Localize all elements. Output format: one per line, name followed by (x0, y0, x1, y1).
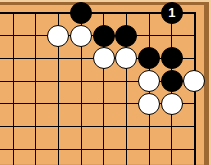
white-stone (70, 25, 92, 47)
intersection-c1r1 (2, 2, 25, 25)
intersection-c5r4 (92, 70, 115, 93)
intersection-c8r4 (160, 70, 183, 93)
black-stone (70, 2, 92, 24)
intersection-c9r2 (183, 24, 206, 47)
intersection-c5r7 (92, 138, 115, 161)
intersection-c6r7 (115, 138, 138, 161)
intersection-c6r5 (115, 92, 138, 115)
intersection-c7r2 (138, 24, 161, 47)
intersection-c9r1 (183, 2, 206, 25)
intersection-c4r3 (70, 47, 93, 70)
go-board-diagram: 1 (0, 0, 211, 165)
intersection-c1r6 (2, 115, 25, 138)
move-number-label: 1 (168, 6, 175, 19)
intersection-c7r7 (138, 138, 161, 161)
intersection-c2r4 (24, 70, 47, 93)
intersection-c3r6 (47, 115, 70, 138)
white-stone (115, 47, 137, 69)
intersection-c9r4 (183, 70, 206, 93)
white-stone (138, 93, 160, 115)
intersection-c9r6 (183, 115, 206, 138)
intersection-c4r6 (70, 115, 93, 138)
intersection-c1r7 (2, 138, 25, 161)
intersection-c3r2 (47, 24, 70, 47)
intersection-c2r3 (24, 47, 47, 70)
marked-black-stone-1: 1 (161, 2, 183, 24)
white-stone (161, 93, 183, 115)
intersection-c2r7 (24, 138, 47, 161)
intersection-c3r1 (47, 2, 70, 25)
intersection-c8r5 (160, 92, 183, 115)
intersection-c3r3 (47, 47, 70, 70)
intersection-c6r1 (115, 2, 138, 25)
intersection-c7r5 (138, 92, 161, 115)
intersection-c1r5 (2, 92, 25, 115)
intersection-c7r6 (138, 115, 161, 138)
intersection-c3r4 (47, 70, 70, 93)
intersection-c6r6 (115, 115, 138, 138)
intersection-c8r7 (160, 138, 183, 161)
intersection-c9r7 (183, 138, 206, 161)
intersection-c5r3 (92, 47, 115, 70)
intersection-c5r2 (92, 24, 115, 47)
black-stone (93, 25, 115, 47)
intersection-c4r1 (70, 2, 93, 25)
intersection-c8r6 (160, 115, 183, 138)
intersection-c9r5 (183, 92, 206, 115)
intersection-c4r7 (70, 138, 93, 161)
black-stone (161, 47, 183, 69)
intersection-c3r5 (47, 92, 70, 115)
intersection-c8r3 (160, 47, 183, 70)
intersection-c6r2 (115, 24, 138, 47)
intersection-c7r4 (138, 70, 161, 93)
white-stone (138, 70, 160, 92)
intersection-c1r3 (2, 47, 25, 70)
intersection-c9r3 (183, 47, 206, 70)
intersection-c6r4 (115, 70, 138, 93)
black-stone (138, 47, 160, 69)
intersection-c7r1 (138, 2, 161, 25)
white-stone (183, 70, 205, 92)
intersection-c2r5 (24, 92, 47, 115)
intersection-c2r2 (24, 24, 47, 47)
black-stone (115, 25, 137, 47)
intersection-c7r3 (138, 47, 161, 70)
intersection-c8r2 (160, 24, 183, 47)
stone-grid: 1 (2, 2, 206, 161)
intersection-c2r1 (24, 2, 47, 25)
intersection-c4r5 (70, 92, 93, 115)
intersection-c5r1 (92, 2, 115, 25)
intersection-c4r2 (70, 24, 93, 47)
intersection-c2r6 (24, 115, 47, 138)
intersection-c5r5 (92, 92, 115, 115)
black-stone (161, 70, 183, 92)
intersection-c8r1: 1 (160, 2, 183, 25)
intersection-c5r6 (92, 115, 115, 138)
intersection-c1r4 (2, 70, 25, 93)
white-stone (93, 47, 115, 69)
intersection-c3r7 (47, 138, 70, 161)
intersection-c1r2 (2, 24, 25, 47)
intersection-c6r3 (115, 47, 138, 70)
white-stone (47, 25, 69, 47)
intersection-c4r4 (70, 70, 93, 93)
